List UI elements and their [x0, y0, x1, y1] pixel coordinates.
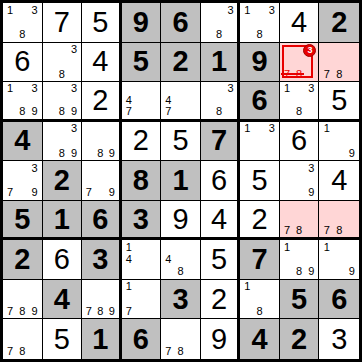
solved-value: 6 [54, 245, 70, 274]
candidate-digit: 3 [266, 123, 278, 135]
given-value: 6 [172, 8, 188, 37]
sudoku-cell-r4c8[interactable]: 6 [280, 122, 320, 162]
candidate-digit: 8 [16, 305, 28, 317]
given-value: 2 [331, 8, 347, 37]
candidate-digit: 1 [123, 281, 135, 293]
candidate-digit: 8 [213, 28, 225, 40]
solved-value: 5 [54, 325, 70, 354]
sudoku-cell-r8c7[interactable]: 18 [240, 280, 280, 320]
solved-value: 5 [172, 126, 188, 155]
candidate-digit: 8 [16, 28, 28, 40]
candidate-grid: 17 [123, 281, 160, 318]
candidate-grid: 78 [162, 320, 199, 358]
given-value: 6 [92, 205, 108, 234]
sudoku-cell-r5c4[interactable]: 8 [122, 161, 162, 201]
candidate-digit: 1 [320, 241, 333, 253]
sudoku-cell-r1c7[interactable]: 138 [240, 3, 280, 43]
candidate-grid: 48 [162, 241, 199, 278]
candidate-digit: 8 [56, 68, 68, 80]
candidate-digit: 7 [4, 305, 16, 317]
sudoku-cell-r4c6[interactable]: 7 [201, 122, 241, 162]
given-value: 3 [92, 245, 108, 274]
given-value: 1 [172, 166, 188, 195]
candidate-digit: 7 [320, 225, 333, 237]
candidate-digit: 3 [68, 44, 80, 56]
sudoku-cell-r3c3[interactable]: 2 [82, 82, 122, 122]
sudoku-cell-r7c7[interactable]: 7 [240, 240, 280, 280]
sudoku-cell-r6c8[interactable]: 78 [280, 201, 320, 241]
candidate-digit: 1 [4, 4, 16, 16]
sudoku-cell-r3c5[interactable]: 47 [161, 82, 201, 122]
candidate-grid: 78 [320, 44, 358, 81]
given-value: 9 [133, 8, 149, 37]
candidate-digit: 9 [68, 106, 80, 118]
candidate-grid: 789 [4, 281, 41, 318]
candidate-digit: 7 [281, 68, 293, 80]
sudoku-cell-r7c5[interactable]: 48 [161, 240, 201, 280]
candidate-grid: 189 [281, 241, 318, 278]
candidate-digit: 8 [293, 106, 305, 118]
sudoku-cell-r8c8[interactable]: 5 [280, 280, 320, 320]
given-value: 6 [331, 285, 347, 314]
sudoku-cell-r5c9[interactable]: 4 [319, 161, 359, 201]
candidate-digit: 8 [333, 225, 346, 237]
sudoku-cell-r7c3[interactable]: 3 [82, 240, 122, 280]
sudoku-cell-r6c9[interactable]: 78 [319, 201, 359, 241]
sudoku-cell-r9c1[interactable]: 78 [3, 319, 43, 359]
candidate-digit: 9 [305, 266, 317, 278]
given-value: 1 [92, 325, 108, 354]
candidate-digit: 8 [293, 225, 305, 237]
sudoku-cell-r2c2[interactable]: 38 [43, 43, 83, 83]
sudoku-cell-r5c6[interactable]: 6 [201, 161, 241, 201]
candidate-digit: 8 [95, 147, 107, 159]
candidate-digit: 7 [162, 345, 174, 358]
given-value: 5 [291, 285, 307, 314]
solved-value: 4 [331, 166, 347, 195]
solved-value: 5 [92, 8, 108, 37]
given-value: 4 [252, 325, 268, 354]
sudoku-cell-r8c5[interactable]: 3 [161, 280, 201, 320]
sudoku-cell-r1c3[interactable]: 5 [82, 3, 122, 43]
candidate-grid: 78 [281, 202, 318, 237]
sudoku-cell-r6c4[interactable]: 3 [122, 201, 162, 241]
solved-value: 5 [252, 166, 268, 195]
sudoku-cell-r6c5[interactable]: 9 [161, 201, 201, 241]
candidate-digit: 1 [281, 241, 293, 253]
candidate-digit: 3 [305, 83, 317, 95]
given-value: 5 [133, 47, 149, 76]
sudoku-cell-r2c8[interactable]: 783 [280, 43, 320, 83]
candidate-grid: 39 [281, 162, 318, 199]
candidate-digit: 3 [28, 83, 40, 95]
sudoku-cell-r3c1[interactable]: 1389 [3, 82, 43, 122]
sudoku-cell-r9c3[interactable]: 1 [82, 319, 122, 359]
sudoku-cell-r8c3[interactable]: 789 [82, 280, 122, 320]
given-value: 3 [172, 285, 188, 314]
sudoku-cell-r6c1[interactable]: 5 [3, 201, 43, 241]
given-value: 2 [54, 166, 70, 195]
candidate-digit: 7 [281, 225, 293, 237]
sudoku-cell-r4c4[interactable]: 2 [122, 122, 162, 162]
sudoku-cell-r6c7[interactable]: 2 [240, 201, 280, 241]
candidate-grid: 389 [44, 123, 81, 160]
candidate-digit: 1 [241, 4, 253, 16]
sudoku-cell-r5c7[interactable]: 5 [240, 161, 280, 201]
sudoku-cell-r4c1[interactable]: 4 [3, 122, 43, 162]
solved-value: 4 [211, 205, 227, 234]
candidate-grid: 38 [44, 44, 81, 81]
sudoku-cell-r1c9[interactable]: 2 [319, 3, 359, 43]
sudoku-cell-r9c9[interactable]: 3 [319, 319, 359, 359]
given-value: 6 [133, 325, 149, 354]
candidate-digit: 9 [28, 187, 40, 199]
sudoku-cell-r3c8[interactable]: 138 [280, 82, 320, 122]
sudoku-cell-r2c1[interactable]: 6 [3, 43, 43, 83]
candidate-grid: 18 [241, 281, 278, 318]
candidate-digit: 3 [266, 4, 278, 16]
candidate-grid: 379 [4, 162, 41, 199]
given-value: 7 [252, 245, 268, 274]
solved-value: 6 [14, 47, 30, 76]
given-value: 9 [252, 47, 268, 76]
candidate-digit: 8 [174, 266, 186, 278]
sudoku-board: 1387596381384263845219783781389389247473… [0, 0, 362, 362]
sudoku-cell-r7c8[interactable]: 189 [280, 240, 320, 280]
sudoku-cell-r3c2[interactable]: 389 [43, 82, 83, 122]
solved-value: 5 [331, 86, 347, 115]
sudoku-cell-r2c3[interactable]: 4 [82, 43, 122, 83]
solved-value: 6 [211, 166, 227, 195]
candidate-grid: 38 [202, 83, 237, 118]
given-value: 4 [54, 285, 70, 314]
sudoku-cell-r2c9[interactable]: 78 [319, 43, 359, 83]
candidate-digit: 3 [68, 83, 80, 95]
sudoku-cell-r8c6[interactable]: 2 [201, 280, 241, 320]
solved-value: 9 [172, 205, 188, 234]
candidate-digit: 7 [4, 345, 16, 358]
sudoku-cell-r1c8[interactable]: 4 [280, 3, 320, 43]
candidate-grid: 78 [281, 44, 318, 81]
candidate-digit: 1 [320, 123, 333, 135]
candidate-grid: 19 [320, 123, 358, 160]
solved-value: 4 [92, 47, 108, 76]
given-value: 4 [14, 126, 30, 155]
candidate-digit: 9 [305, 187, 317, 199]
candidate-grid: 19 [320, 241, 358, 278]
sudoku-cell-r7c9[interactable]: 19 [319, 240, 359, 280]
candidate-digit: 1 [281, 83, 293, 95]
sudoku-cell-r2c4[interactable]: 5 [122, 43, 162, 83]
candidate-digit: 8 [174, 345, 186, 358]
sudoku-cell-r3c7[interactable]: 6 [240, 82, 280, 122]
solved-value: 6 [291, 126, 307, 155]
sudoku-cell-r5c2[interactable]: 2 [43, 161, 83, 201]
sudoku-cell-r4c3[interactable]: 89 [82, 122, 122, 162]
given-value: 2 [172, 47, 188, 76]
candidate-digit: 8 [293, 266, 305, 278]
sudoku-cell-r2c5[interactable]: 2 [161, 43, 201, 83]
given-value: 7 [211, 126, 227, 155]
sudoku-cell-r9c4[interactable]: 6 [122, 319, 162, 359]
sudoku-cell-r1c1[interactable]: 138 [3, 3, 43, 43]
sudoku-cell-r3c6[interactable]: 38 [201, 82, 241, 122]
sudoku-cell-r9c5[interactable]: 78 [161, 319, 201, 359]
sudoku-cell-r7c4[interactable]: 14 [122, 240, 162, 280]
candidate-grid: 78 [320, 202, 358, 237]
sudoku-cell-r8c4[interactable]: 17 [122, 280, 162, 320]
candidate-grid: 13 [241, 123, 278, 160]
solved-value: 3 [331, 325, 347, 354]
candidate-digit: 8 [16, 106, 28, 118]
candidate-digit: 8 [333, 68, 346, 80]
candidate-grid: 47 [162, 83, 199, 118]
candidate-digit: 1 [241, 123, 253, 135]
candidate-digit: 8 [293, 68, 305, 80]
solved-value: 7 [54, 8, 70, 37]
candidate-digit: 3 [68, 123, 80, 135]
candidate-digit: 4 [123, 254, 135, 266]
solved-value: 2 [92, 86, 108, 115]
sudoku-cell-r1c2[interactable]: 7 [43, 3, 83, 43]
sudoku-cell-r9c2[interactable]: 5 [43, 319, 83, 359]
candidate-grid: 79 [83, 162, 118, 199]
solved-value: 4 [291, 8, 307, 37]
sudoku-cell-r3c4[interactable]: 47 [122, 82, 162, 122]
sudoku-cell-r8c2[interactable]: 4 [43, 280, 83, 320]
candidate-digit: 3 [225, 83, 237, 95]
sudoku-cell-r8c1[interactable]: 789 [3, 280, 43, 320]
given-value: 8 [133, 166, 149, 195]
given-value: 2 [14, 245, 30, 274]
sudoku-cell-r6c6[interactable]: 4 [201, 201, 241, 241]
candidate-digit: 8 [16, 345, 28, 358]
candidate-digit: 9 [106, 305, 118, 317]
solved-value: 2 [211, 285, 227, 314]
candidate-digit: 7 [4, 187, 16, 199]
candidate-digit: 3 [28, 162, 40, 174]
candidate-digit: 9 [28, 106, 40, 118]
candidate-grid: 47 [123, 83, 160, 118]
sudoku-cell-r4c2[interactable]: 389 [43, 122, 83, 162]
sudoku-cell-r1c5[interactable]: 6 [161, 3, 201, 43]
sudoku-cell-r5c5[interactable]: 1 [161, 161, 201, 201]
candidate-grid: 38 [202, 4, 237, 41]
sudoku-cell-r4c5[interactable]: 5 [161, 122, 201, 162]
solved-value: 5 [211, 245, 227, 274]
candidate-digit: 1 [123, 241, 135, 253]
candidate-digit: 9 [68, 147, 80, 159]
sudoku-cell-r9c8[interactable]: 2 [280, 319, 320, 359]
candidate-grid: 14 [123, 241, 160, 278]
sudoku-cell-r4c7[interactable]: 13 [240, 122, 280, 162]
candidate-digit: 7 [123, 305, 135, 317]
candidate-digit: 9 [345, 266, 358, 278]
candidate-grid: 138 [241, 4, 278, 41]
solved-value: 2 [252, 205, 268, 234]
candidate-digit: 8 [213, 106, 225, 118]
given-value: 1 [54, 205, 70, 234]
candidate-digit: 1 [4, 83, 16, 95]
given-value: 6 [252, 86, 268, 115]
sudoku-cell-r7c6[interactable]: 5 [201, 240, 241, 280]
sudoku-cell-r5c3[interactable]: 79 [82, 161, 122, 201]
candidate-digit: 9 [345, 147, 358, 159]
candidate-digit: 7 [83, 305, 95, 317]
solved-value: 2 [133, 126, 149, 155]
candidate-digit: 7 [123, 106, 135, 118]
candidate-digit: 3 [305, 162, 317, 174]
sudoku-cell-r8c9[interactable]: 6 [319, 280, 359, 320]
sudoku-cell-r7c1[interactable]: 2 [3, 240, 43, 280]
candidate-digit: 8 [56, 147, 68, 159]
candidate-grid: 789 [83, 281, 118, 318]
sudoku-cell-r2c7[interactable]: 9 [240, 43, 280, 83]
candidate-digit: 8 [56, 106, 68, 118]
candidate-digit: 9 [106, 187, 118, 199]
candidate-digit: 7 [83, 187, 95, 199]
given-value: 1 [211, 47, 227, 76]
candidate-digit: 7 [162, 106, 174, 118]
sudoku-cell-r1c4[interactable]: 9 [122, 3, 162, 43]
candidate-digit: 1 [241, 281, 253, 293]
candidate-grid: 389 [44, 83, 81, 118]
candidate-digit: 8 [95, 305, 107, 317]
sudoku-cell-r7c2[interactable]: 6 [43, 240, 83, 280]
candidate-digit: 3 [28, 4, 40, 16]
sudoku-cell-r9c6[interactable]: 9 [201, 319, 241, 359]
candidate-digit: 4 [162, 254, 174, 266]
sudoku-cell-r4c9[interactable]: 19 [319, 122, 359, 162]
given-value: 5 [14, 205, 30, 234]
candidate-digit: 8 [254, 28, 266, 40]
sudoku-cell-r2c6[interactable]: 1 [201, 43, 241, 83]
sudoku-cell-r3c9[interactable]: 5 [319, 82, 359, 122]
candidate-grid: 138 [4, 4, 41, 41]
sudoku-cell-r5c1[interactable]: 379 [3, 161, 43, 201]
candidate-grid: 78 [4, 320, 41, 358]
candidate-digit: 3 [225, 4, 237, 16]
candidate-digit: 9 [28, 305, 40, 317]
solved-value: 9 [211, 325, 227, 354]
candidate-grid: 1389 [4, 83, 41, 118]
given-value: 3 [133, 205, 149, 234]
candidate-grid: 138 [281, 83, 318, 118]
sudoku-cell-r1c6[interactable]: 38 [201, 3, 241, 43]
sudoku-cell-r9c7[interactable]: 4 [240, 319, 280, 359]
sudoku-cell-r5c8[interactable]: 39 [280, 161, 320, 201]
sudoku-cell-r6c2[interactable]: 1 [43, 201, 83, 241]
sudoku-cell-r6c3[interactable]: 6 [82, 201, 122, 241]
candidate-digit: 7 [320, 68, 333, 80]
candidate-digit: 9 [106, 147, 118, 159]
candidate-grid: 89 [83, 123, 118, 160]
candidate-digit: 8 [254, 305, 266, 317]
given-value: 2 [291, 325, 307, 354]
